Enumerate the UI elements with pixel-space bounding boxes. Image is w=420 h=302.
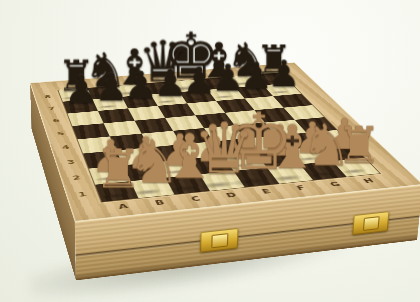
latch-hasp-icon: [363, 216, 380, 231]
brass-latch-front-right: [352, 211, 389, 235]
chess-box-photo: ABCDEFGH12345678 ♜♞♝♛♚♝♞♜♟♟♟♟♟♟♟♟♟♟♟♟♟♟♟…: [0, 0, 420, 302]
latch-hasp-icon: [211, 233, 228, 248]
chess-box: ABCDEFGH12345678 ♜♞♝♛♚♝♞♜♟♟♟♟♟♟♟♟♟♟♟♟♟♟♟…: [30, 62, 420, 221]
brass-latch-front-left: [200, 228, 239, 253]
piece-black-pawn[interactable]: ♟: [43, 71, 119, 109]
piece-white-rook[interactable]: ♜: [72, 142, 164, 195]
